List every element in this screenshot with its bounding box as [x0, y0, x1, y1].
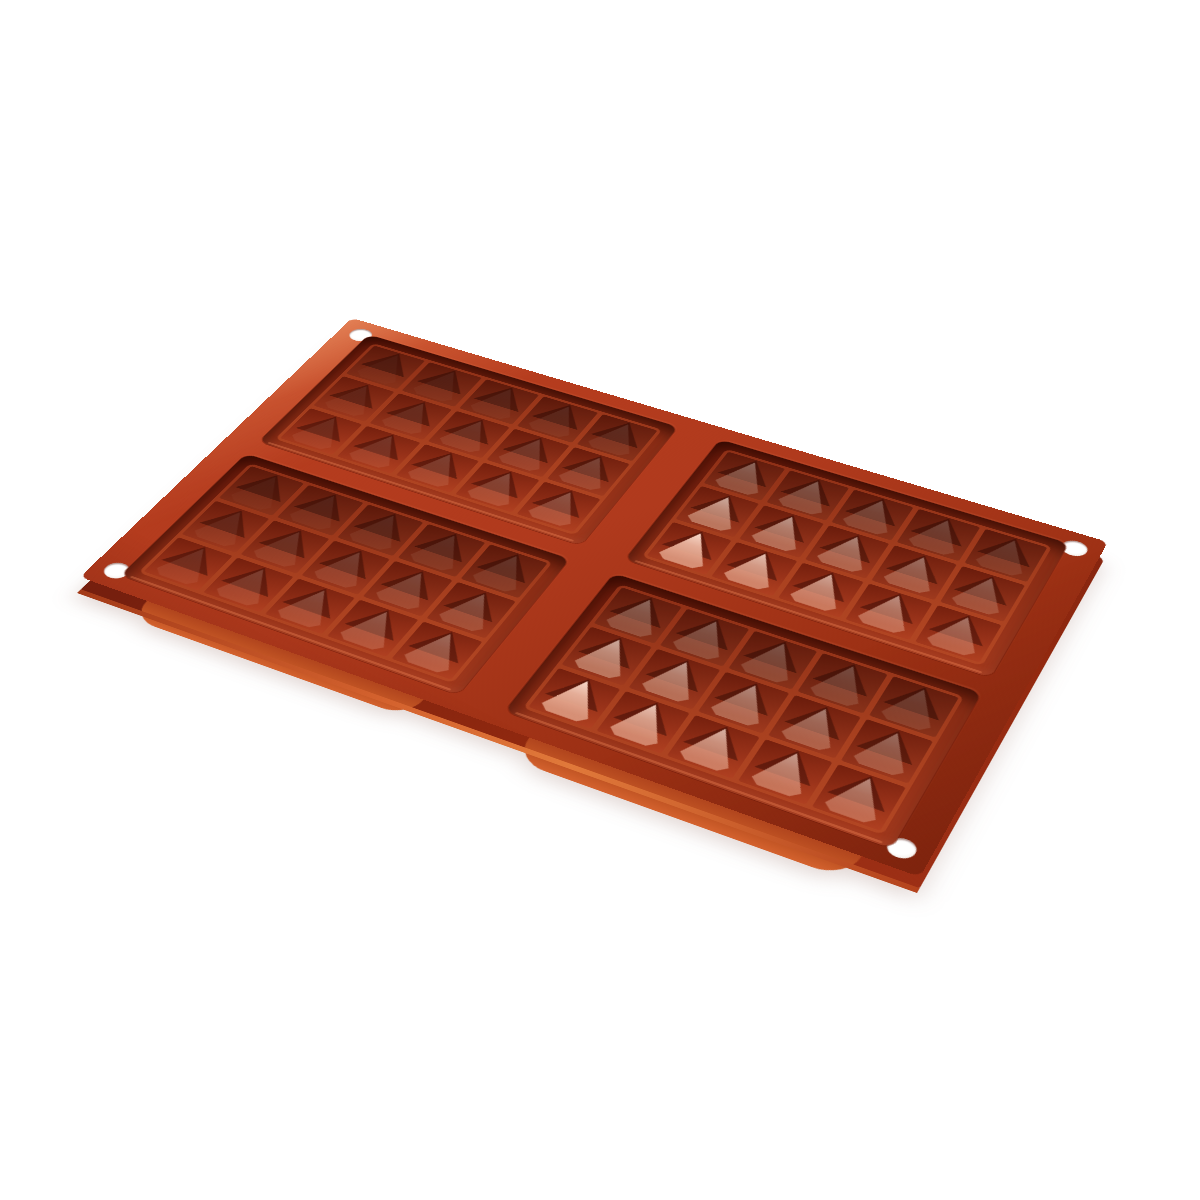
pyramid-bump — [651, 525, 727, 572]
pyramid-bump — [396, 625, 478, 677]
pyramid-bump — [521, 485, 596, 530]
pyramid-bump — [743, 743, 827, 801]
pyramid-bump — [671, 719, 755, 776]
photo-stage — [0, 0, 1200, 1200]
pyramid-bump — [716, 545, 793, 593]
pyramid-bump — [601, 695, 684, 750]
pyramid-bump — [533, 672, 616, 726]
silicone-waffle-mold — [80, 318, 1108, 877]
pyramid-bump — [782, 566, 859, 615]
pyramid-bump — [850, 587, 927, 637]
pyramid-bump — [460, 466, 535, 510]
pyramid-bump — [816, 768, 900, 827]
